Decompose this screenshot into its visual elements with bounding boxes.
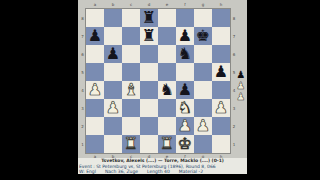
square-f7: ♟ (176, 27, 194, 45)
file-label-a: a (88, 1, 102, 8)
piece-black-pawn: ♟ (106, 45, 120, 63)
length-info: Length 40 (147, 169, 170, 174)
file-label-e: e (160, 1, 174, 8)
square-c8 (122, 9, 140, 27)
material-tray: ♟♟♟ (235, 69, 247, 102)
piece-black-rook: ♜ (142, 9, 156, 27)
rank-label-6: 6 (232, 47, 237, 61)
piece-black-king: ♚ (196, 27, 210, 45)
square-e7 (158, 27, 176, 45)
file-labels-top: abcdefgh (86, 0, 230, 9)
rank-label-1: 1 (232, 137, 237, 151)
rank-label-1: 1 (80, 137, 86, 151)
square-e6 (158, 45, 176, 63)
square-e1: ♜ (158, 135, 176, 153)
square-c3 (122, 99, 140, 117)
rank-label-5: 5 (80, 65, 86, 79)
square-b4 (104, 81, 122, 99)
rank-label-8: 8 (80, 11, 86, 25)
piece-white-king: ♚ (178, 135, 192, 153)
tray-white-pawn-icon: ♟ (237, 80, 246, 91)
square-b6: ♟ (104, 45, 122, 63)
square-e2 (158, 117, 176, 135)
piece-white-knight: ♞ (178, 99, 192, 117)
square-d3 (140, 99, 158, 117)
square-g8 (194, 9, 212, 27)
piece-white-pawn: ♟ (214, 99, 228, 117)
square-c7 (122, 27, 140, 45)
square-h3: ♟ (212, 99, 230, 117)
piece-white-bishop: ♝ (124, 81, 138, 99)
move-info: Nach 36, Zuge (105, 169, 138, 174)
file-label-b: b (106, 1, 120, 8)
rank-label-7: 7 (80, 29, 86, 43)
piece-black-pawn: ♟ (214, 63, 228, 81)
piece-black-pawn: ♟ (178, 81, 192, 99)
rank-label-4: 4 (80, 83, 86, 97)
square-h1 (212, 135, 230, 153)
square-f6: ♞ (176, 45, 194, 63)
tray-black-pawn-icon: ♟ (237, 69, 246, 80)
rank-label-2: 2 (80, 119, 86, 133)
square-a3 (86, 99, 104, 117)
square-g6 (194, 45, 212, 63)
rank-label-3: 3 (80, 101, 86, 115)
rank-labels-left: 87654321 (79, 9, 86, 153)
square-b7 (104, 27, 122, 45)
square-b5 (104, 63, 122, 81)
square-d8: ♜ (140, 9, 158, 27)
board-panel: abcdefgh 87654321 ♜♟♜♟♚♟♞♟♟♝♞♟♟♞♟♟♟♜♜♚ 8… (78, 0, 247, 174)
square-f1: ♚ (176, 135, 194, 153)
rank-label-6: 6 (80, 47, 86, 61)
square-g3 (194, 99, 212, 117)
piece-white-pawn: ♟ (88, 81, 102, 99)
square-d1 (140, 135, 158, 153)
rank-label-7: 7 (232, 29, 237, 43)
players-line: Tsvetkov, Alexels (….) — Torre, Macklo (… (78, 158, 247, 164)
square-h8 (212, 9, 230, 27)
square-a1 (86, 135, 104, 153)
square-a7: ♟ (86, 27, 104, 45)
square-e8 (158, 9, 176, 27)
square-g5 (194, 63, 212, 81)
square-e4: ♞ (158, 81, 176, 99)
square-d5 (140, 63, 158, 81)
square-a2 (86, 117, 104, 135)
piece-white-pawn: ♟ (196, 117, 210, 135)
file-label-c: c (124, 1, 138, 8)
square-a6 (86, 45, 104, 63)
square-h6 (212, 45, 230, 63)
square-b3: ♟ (104, 99, 122, 117)
piece-black-knight: ♞ (160, 81, 174, 99)
square-h4 (212, 81, 230, 99)
square-d7: ♜ (140, 27, 158, 45)
square-a4: ♟ (86, 81, 104, 99)
rank-label-2: 2 (232, 119, 237, 133)
square-e3 (158, 99, 176, 117)
square-c1: ♜ (122, 135, 140, 153)
piece-black-rook: ♜ (142, 27, 156, 45)
game-info-line: W: Engl Nach 36, Zuge Length 40 Material… (78, 169, 203, 174)
square-g4 (194, 81, 212, 99)
square-d4 (140, 81, 158, 99)
piece-white-rook: ♜ (160, 135, 174, 153)
caption: Tsvetkov, Alexels (….) — Torre, Macklo (… (78, 158, 247, 174)
opening-info: W: Engl (79, 169, 96, 174)
piece-white-pawn: ♟ (178, 117, 192, 135)
rank-label-8: 8 (232, 11, 237, 25)
square-b2 (104, 117, 122, 135)
tray-white-pawn-icon: ♟ (237, 91, 246, 102)
square-h5: ♟ (212, 63, 230, 81)
square-a5 (86, 63, 104, 81)
square-f4: ♟ (176, 81, 194, 99)
square-a8 (86, 9, 104, 27)
square-f3: ♞ (176, 99, 194, 117)
file-label-f: f (178, 1, 192, 8)
rank-label-3: 3 (232, 101, 237, 115)
file-label-h: h (214, 1, 228, 8)
letterbox-left (0, 0, 78, 180)
square-f8 (176, 9, 194, 27)
piece-black-pawn: ♟ (88, 27, 102, 45)
square-d2 (140, 117, 158, 135)
square-d6 (140, 45, 158, 63)
chess-board: ♜♟♜♟♚♟♞♟♟♝♞♟♟♞♟♟♟♜♜♚ (86, 9, 230, 153)
square-b8 (104, 9, 122, 27)
square-c2 (122, 117, 140, 135)
square-f2: ♟ (176, 117, 194, 135)
square-g2: ♟ (194, 117, 212, 135)
square-f5 (176, 63, 194, 81)
square-b1 (104, 135, 122, 153)
material-info: Material -2 (179, 169, 203, 174)
square-g7: ♚ (194, 27, 212, 45)
piece-black-pawn: ♟ (178, 27, 192, 45)
piece-white-pawn: ♟ (106, 99, 120, 117)
square-c6 (122, 45, 140, 63)
video-frame: abcdefgh 87654321 ♜♟♜♟♚♟♞♟♟♝♞♟♟♞♟♟♟♜♜♚ 8… (0, 0, 320, 180)
letterbox-right (247, 0, 320, 180)
square-e5 (158, 63, 176, 81)
square-c5 (122, 63, 140, 81)
square-c4: ♝ (122, 81, 140, 99)
file-label-g: g (196, 1, 210, 8)
piece-black-knight: ♞ (178, 45, 192, 63)
square-h2 (212, 117, 230, 135)
piece-white-rook: ♜ (124, 135, 138, 153)
square-g1 (194, 135, 212, 153)
square-h7 (212, 27, 230, 45)
